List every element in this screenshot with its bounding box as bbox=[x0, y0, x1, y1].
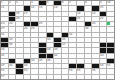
white-cell-r5c2[interactable] bbox=[16, 27, 23, 31]
clue-number: 41 bbox=[1, 54, 4, 57]
white-cell-r2c9[interactable] bbox=[69, 12, 76, 16]
white-cell-r1c1[interactable] bbox=[9, 6, 16, 10]
clue-number: 10 bbox=[107, 1, 110, 4]
white-cell-r14c0[interactable]: 57 bbox=[1, 75, 8, 79]
white-cell-r3c2[interactable]: 20 bbox=[16, 17, 23, 21]
white-cell-r12c14[interactable]: 51 bbox=[107, 64, 114, 68]
white-cell-r3c12[interactable] bbox=[92, 17, 99, 21]
clue-number: 57 bbox=[1, 75, 4, 78]
clue-number: 42 bbox=[54, 54, 57, 57]
clue-number: 34 bbox=[47, 38, 50, 41]
black-cell-r11c1 bbox=[9, 59, 16, 63]
white-cell-r7c1[interactable]: 33 bbox=[9, 38, 16, 42]
white-cell-r7c5[interactable] bbox=[39, 38, 46, 42]
white-cell-r7c8[interactable]: 35 bbox=[62, 38, 69, 42]
white-cell-r2c5[interactable] bbox=[39, 12, 46, 16]
clue-number: 32 bbox=[69, 33, 72, 36]
clue-number: 13 bbox=[39, 6, 42, 9]
white-cell-r1c6[interactable] bbox=[47, 6, 54, 10]
white-cell-r9c2[interactable] bbox=[16, 48, 23, 52]
white-cell-r3c4[interactable] bbox=[31, 17, 38, 21]
white-cell-r14c12[interactable] bbox=[92, 75, 99, 79]
white-cell-r2c4[interactable] bbox=[31, 12, 38, 16]
white-cell-r7c11[interactable] bbox=[85, 38, 92, 42]
white-cell-r12c5[interactable] bbox=[39, 64, 46, 68]
white-cell-r5c5[interactable] bbox=[39, 27, 46, 31]
white-cell-r0c9[interactable]: 7 bbox=[69, 1, 76, 5]
white-cell-r7c12[interactable] bbox=[92, 38, 99, 42]
white-cell-r5c0[interactable]: 27 bbox=[1, 27, 8, 31]
white-cell-r1c8[interactable] bbox=[62, 6, 69, 10]
clue-number: 30 bbox=[85, 27, 88, 30]
white-cell-r13c13[interactable] bbox=[100, 69, 107, 73]
clue-number: 26 bbox=[92, 22, 95, 25]
white-cell-r14c13[interactable] bbox=[100, 75, 107, 79]
white-cell-r11c11[interactable] bbox=[85, 59, 92, 63]
white-cell-r3c5[interactable] bbox=[39, 17, 46, 21]
clue-number: 1 bbox=[1, 1, 3, 4]
white-cell-r7c6[interactable]: 34 bbox=[47, 38, 54, 42]
white-cell-r10c3[interactable] bbox=[24, 54, 31, 58]
white-cell-r7c13[interactable] bbox=[100, 38, 107, 42]
white-cell-r9c11[interactable] bbox=[85, 48, 92, 52]
white-cell-r5c1[interactable] bbox=[9, 27, 16, 31]
white-cell-r13c14[interactable] bbox=[107, 69, 114, 73]
clue-number: 5 bbox=[47, 1, 49, 4]
clue-number: 38 bbox=[1, 48, 4, 51]
white-cell-r14c5[interactable] bbox=[39, 75, 46, 79]
clue-number: 46 bbox=[47, 59, 50, 62]
white-cell-r2c0[interactable] bbox=[1, 12, 8, 16]
white-cell-r9c10[interactable] bbox=[77, 48, 84, 52]
white-cell-r5c9[interactable] bbox=[69, 27, 76, 31]
white-cell-r11c7[interactable] bbox=[54, 59, 61, 63]
clue-number: 39 bbox=[47, 48, 50, 51]
black-cell-r7c7 bbox=[54, 38, 61, 42]
white-cell-r0c3[interactable] bbox=[24, 1, 31, 5]
white-cell-r8c9[interactable] bbox=[69, 43, 76, 47]
white-cell-r10c10[interactable] bbox=[77, 54, 84, 58]
white-cell-r12c13[interactable]: 50 bbox=[100, 64, 107, 68]
white-cell-r2c7[interactable] bbox=[54, 12, 61, 16]
white-cell-r4c5[interactable]: 25 bbox=[39, 22, 46, 26]
white-cell-r9c3[interactable] bbox=[24, 48, 31, 52]
white-cell-r10c4[interactable] bbox=[31, 54, 38, 58]
white-cell-r9c9[interactable] bbox=[69, 48, 76, 52]
white-cell-r13c11[interactable] bbox=[85, 69, 92, 73]
black-cell-r2c1 bbox=[9, 12, 16, 16]
white-cell-r14c11[interactable] bbox=[85, 75, 92, 79]
white-cell-r12c8[interactable] bbox=[62, 64, 69, 68]
white-cell-r3c13[interactable]: 22 bbox=[100, 17, 107, 21]
clue-number: 19 bbox=[92, 12, 95, 15]
white-cell-r0c6[interactable]: 5 bbox=[47, 1, 54, 5]
clue-number: 18 bbox=[77, 12, 80, 15]
white-cell-r12c11[interactable] bbox=[85, 64, 92, 68]
white-cell-r3c11[interactable] bbox=[85, 17, 92, 21]
white-cell-r5c3[interactable]: 28 bbox=[24, 27, 31, 31]
black-cell-r6c8 bbox=[62, 33, 69, 37]
white-cell-r11c5[interactable]: 45 bbox=[39, 59, 46, 63]
white-cell-r7c14[interactable] bbox=[107, 38, 114, 42]
white-cell-r14c2[interactable] bbox=[16, 75, 23, 79]
white-cell-r13c1[interactable] bbox=[9, 69, 16, 73]
white-cell-r13c7[interactable] bbox=[54, 69, 61, 73]
white-cell-r1c9[interactable] bbox=[69, 6, 76, 10]
white-cell-r5c10[interactable] bbox=[77, 27, 84, 31]
clue-number: 40 bbox=[54, 48, 57, 51]
white-cell-r5c4[interactable]: 29 bbox=[31, 27, 38, 31]
white-cell-r10c2[interactable] bbox=[16, 54, 23, 58]
clue-number: 27 bbox=[1, 27, 4, 30]
clue-number: 56 bbox=[92, 69, 95, 72]
black-cell-r11c14 bbox=[107, 59, 114, 63]
black-cell-r10c5 bbox=[39, 54, 46, 58]
clue-number: 49 bbox=[24, 64, 27, 67]
white-cell-r5c12[interactable] bbox=[92, 27, 99, 31]
black-cell-r9c13 bbox=[100, 48, 107, 52]
clue-number: 7 bbox=[69, 1, 71, 4]
white-cell-r6c10[interactable] bbox=[77, 33, 84, 37]
clue-number: 28 bbox=[24, 27, 27, 30]
clue-number: 20 bbox=[16, 17, 19, 20]
white-cell-r1c4[interactable]: 12 bbox=[31, 6, 38, 10]
black-cell-r2c13 bbox=[100, 12, 107, 16]
white-cell-r9c0[interactable]: 38 bbox=[1, 48, 8, 52]
white-cell-r9c7[interactable]: 40 bbox=[54, 48, 61, 52]
white-cell-r6c3[interactable] bbox=[24, 33, 31, 37]
clue-number: 29 bbox=[31, 27, 34, 30]
white-cell-r8c10[interactable] bbox=[77, 43, 84, 47]
white-cell-r8c1[interactable]: 36 bbox=[9, 43, 16, 47]
white-cell-r7c3[interactable] bbox=[24, 38, 31, 42]
clue-number: 15 bbox=[100, 6, 103, 9]
white-cell-r5c14[interactable] bbox=[107, 27, 114, 31]
white-cell-r11c2[interactable] bbox=[16, 59, 23, 63]
clue-number: 54 bbox=[69, 69, 72, 72]
clue-number: 24 bbox=[9, 22, 12, 25]
clue-number: 33 bbox=[9, 38, 12, 41]
white-cell-r2c2[interactable]: 16 bbox=[16, 12, 23, 16]
white-cell-r4c6[interactable] bbox=[47, 22, 54, 26]
clue-number: 43 bbox=[100, 54, 103, 57]
clue-number: 35 bbox=[62, 38, 65, 41]
clue-number: 37 bbox=[62, 43, 65, 46]
white-cell-r9c4[interactable] bbox=[31, 48, 38, 52]
clue-number: 22 bbox=[100, 17, 103, 20]
clue-number: 52 bbox=[1, 69, 4, 72]
white-cell-r13c10[interactable]: 55 bbox=[77, 69, 84, 73]
white-cell-r0c12[interactable] bbox=[92, 1, 99, 5]
black-cell-r8c5 bbox=[39, 43, 46, 47]
white-cell-r5c11[interactable]: 30 bbox=[85, 27, 92, 31]
white-cell-r6c12[interactable] bbox=[92, 33, 99, 37]
white-cell-r10c14[interactable] bbox=[107, 54, 114, 58]
white-cell-r1c5[interactable]: 13 bbox=[39, 6, 46, 10]
white-cell-r4c8[interactable] bbox=[62, 22, 69, 26]
white-cell-r13c8[interactable] bbox=[62, 69, 69, 73]
white-cell-r8c2[interactable] bbox=[16, 43, 23, 47]
white-cell-r6c1[interactable] bbox=[9, 33, 16, 37]
white-cell-r13c6[interactable] bbox=[47, 69, 54, 73]
black-cell-r7c0 bbox=[1, 38, 8, 42]
white-cell-r1c14[interactable] bbox=[107, 6, 114, 10]
white-cell-r7c4[interactable] bbox=[31, 38, 38, 42]
white-cell-r14c7[interactable] bbox=[54, 75, 61, 79]
clue-number: 53 bbox=[24, 69, 27, 72]
white-cell-r8c8[interactable]: 37 bbox=[62, 43, 69, 47]
white-cell-r4c1[interactable]: 24 bbox=[9, 22, 16, 26]
clue-number: 36 bbox=[9, 43, 12, 46]
white-cell-r0c10[interactable] bbox=[77, 1, 84, 5]
white-cell-r10c12[interactable] bbox=[92, 54, 99, 58]
clue-number: 51 bbox=[107, 64, 110, 67]
white-cell-r12c1[interactable]: 48 bbox=[9, 64, 16, 68]
white-cell-r5c8[interactable] bbox=[62, 27, 69, 31]
clue-number: 6 bbox=[62, 1, 64, 4]
white-cell-r4c2[interactable] bbox=[16, 22, 23, 26]
white-cell-r10c1[interactable] bbox=[9, 54, 16, 58]
white-cell-r11c6[interactable]: 46 bbox=[47, 59, 54, 63]
white-cell-r6c0[interactable]: 31 bbox=[1, 33, 8, 37]
black-cell-r8c14 bbox=[107, 43, 114, 47]
white-cell-r6c4[interactable] bbox=[31, 33, 38, 37]
white-cell-r4c14[interactable] bbox=[107, 22, 114, 26]
black-cell-r6c6 bbox=[47, 33, 54, 37]
white-cell-r8c12[interactable] bbox=[92, 43, 99, 47]
white-cell-r10c7[interactable]: 42 bbox=[54, 54, 61, 58]
crossword-grid: 1234567891011121314151617181920212223242… bbox=[0, 0, 115, 80]
white-cell-r2c14[interactable] bbox=[107, 12, 114, 16]
white-cell-r14c8[interactable] bbox=[62, 75, 69, 79]
white-cell-r6c11[interactable] bbox=[85, 33, 92, 37]
highlight-marker bbox=[107, 22, 110, 25]
white-cell-r14c9[interactable] bbox=[69, 75, 76, 79]
white-cell-r6c13[interactable] bbox=[100, 33, 107, 37]
clue-number: 50 bbox=[100, 64, 103, 67]
black-cell-r13c2 bbox=[16, 69, 23, 73]
white-cell-r11c9[interactable] bbox=[69, 59, 76, 63]
clue-number: 31 bbox=[1, 33, 4, 36]
white-cell-r2c11[interactable] bbox=[85, 12, 92, 16]
black-cell-r9c5 bbox=[39, 48, 46, 52]
white-cell-r0c8[interactable]: 6 bbox=[62, 1, 69, 5]
white-cell-r1c13[interactable]: 15 bbox=[100, 6, 107, 10]
clue-number: 48 bbox=[9, 64, 12, 67]
clue-number: 25 bbox=[39, 22, 42, 25]
clue-number: 14 bbox=[54, 6, 57, 9]
white-cell-r12c4[interactable] bbox=[31, 64, 38, 68]
white-cell-r4c10[interactable] bbox=[77, 22, 84, 26]
white-cell-r14c3[interactable] bbox=[24, 75, 31, 79]
clue-number: 9 bbox=[100, 1, 102, 4]
white-cell-r3c6[interactable] bbox=[47, 17, 54, 21]
white-cell-r3c10[interactable]: 21 bbox=[77, 17, 84, 21]
white-cell-r14c10[interactable] bbox=[77, 75, 84, 79]
white-cell-r7c10[interactable] bbox=[77, 38, 84, 42]
black-cell-r10c6 bbox=[47, 54, 54, 58]
white-cell-r2c12[interactable]: 19 bbox=[92, 12, 99, 16]
white-cell-r2c8[interactable] bbox=[62, 12, 69, 16]
white-cell-r9c6[interactable]: 39 bbox=[47, 48, 54, 52]
clue-number: 21 bbox=[77, 17, 80, 20]
white-cell-r8c3[interactable] bbox=[24, 43, 31, 47]
white-cell-r3c7[interactable] bbox=[54, 17, 61, 21]
white-cell-r13c9[interactable]: 54 bbox=[69, 69, 76, 73]
white-cell-r11c12[interactable] bbox=[92, 59, 99, 63]
white-cell-r0c11[interactable]: 8 bbox=[85, 1, 92, 5]
white-cell-r5c6[interactable] bbox=[47, 27, 54, 31]
white-cell-r1c0[interactable]: 11 bbox=[1, 6, 8, 10]
white-cell-r10c13[interactable]: 43 bbox=[100, 54, 107, 58]
white-cell-r13c5[interactable] bbox=[39, 69, 46, 73]
clue-number: 11 bbox=[1, 6, 4, 9]
white-cell-r12c7[interactable] bbox=[54, 64, 61, 68]
white-cell-r2c10[interactable]: 18 bbox=[77, 12, 84, 16]
white-cell-r14c4[interactable] bbox=[31, 75, 38, 79]
white-cell-r14c6[interactable] bbox=[47, 75, 54, 79]
black-cell-r11c3 bbox=[24, 59, 31, 63]
white-cell-r5c7[interactable] bbox=[54, 27, 61, 31]
white-cell-r6c7[interactable] bbox=[54, 33, 61, 37]
white-cell-r13c3[interactable]: 53 bbox=[24, 69, 31, 73]
white-cell-r10c8[interactable] bbox=[62, 54, 69, 58]
white-cell-r4c7[interactable] bbox=[54, 22, 61, 26]
white-cell-r12c6[interactable] bbox=[47, 64, 54, 68]
white-cell-r11c10[interactable] bbox=[77, 59, 84, 63]
white-cell-r11c13[interactable] bbox=[100, 59, 107, 63]
white-cell-r11c0[interactable] bbox=[1, 59, 8, 63]
black-cell-r12c2 bbox=[16, 64, 23, 68]
white-cell-r10c11[interactable] bbox=[85, 54, 92, 58]
white-cell-r8c11[interactable] bbox=[85, 43, 92, 47]
white-cell-r3c0[interactable] bbox=[1, 17, 8, 21]
clue-number: 12 bbox=[31, 6, 34, 9]
white-cell-r7c2[interactable] bbox=[16, 38, 23, 42]
white-cell-r10c0[interactable]: 41 bbox=[1, 54, 8, 58]
white-cell-r10c9[interactable] bbox=[69, 54, 76, 58]
black-cell-r1c3 bbox=[24, 6, 31, 10]
white-cell-r13c0[interactable]: 52 bbox=[1, 69, 8, 73]
white-cell-r9c8[interactable] bbox=[62, 48, 69, 52]
clue-number: 47 bbox=[1, 64, 4, 67]
black-cell-r1c12 bbox=[92, 6, 99, 10]
white-cell-r6c14[interactable] bbox=[107, 33, 114, 37]
white-cell-r11c8[interactable] bbox=[62, 59, 69, 63]
white-cell-r6c2[interactable] bbox=[16, 33, 23, 37]
white-cell-r0c14[interactable]: 10 bbox=[107, 1, 114, 5]
white-cell-r0c1[interactable]: 2 bbox=[9, 1, 16, 5]
white-cell-r8c4[interactable] bbox=[31, 43, 38, 47]
white-cell-r14c1[interactable] bbox=[9, 75, 16, 79]
clue-number: 55 bbox=[77, 69, 80, 72]
white-cell-r3c14[interactable] bbox=[107, 17, 114, 21]
white-cell-r2c3[interactable]: 17 bbox=[24, 12, 31, 16]
white-cell-r13c4[interactable] bbox=[31, 69, 38, 73]
white-cell-r14c14[interactable] bbox=[107, 75, 114, 79]
white-cell-r4c12[interactable]: 26 bbox=[92, 22, 99, 26]
white-cell-r13c12[interactable]: 56 bbox=[92, 69, 99, 73]
clue-number: 3 bbox=[16, 1, 18, 4]
white-cell-r1c2[interactable] bbox=[16, 6, 23, 10]
white-cell-r5c13[interactable] bbox=[100, 27, 107, 31]
clue-number: 44 bbox=[31, 59, 34, 62]
white-cell-r9c1[interactable] bbox=[9, 48, 16, 52]
black-cell-r1c10 bbox=[77, 6, 84, 10]
white-cell-r1c7[interactable]: 14 bbox=[54, 6, 61, 10]
black-cell-r3c9 bbox=[69, 17, 76, 21]
white-cell-r4c13[interactable] bbox=[100, 22, 107, 26]
clue-number: 45 bbox=[39, 59, 42, 62]
white-cell-r1c11[interactable] bbox=[85, 6, 92, 10]
white-cell-r2c6[interactable] bbox=[47, 12, 54, 16]
white-cell-r9c12[interactable] bbox=[92, 48, 99, 52]
white-cell-r3c3[interactable] bbox=[24, 17, 31, 21]
clue-number: 8 bbox=[85, 1, 87, 4]
white-cell-r7c9[interactable] bbox=[69, 38, 76, 42]
white-cell-r6c5[interactable] bbox=[39, 33, 46, 37]
white-cell-r0c2[interactable]: 3 bbox=[16, 1, 23, 5]
clue-number: 23 bbox=[1, 22, 4, 25]
clue-number: 16 bbox=[16, 12, 19, 15]
black-cell-r8c13 bbox=[100, 43, 107, 47]
clue-number: 17 bbox=[24, 12, 27, 15]
clue-number: 4 bbox=[31, 1, 33, 4]
white-cell-r3c8[interactable] bbox=[62, 17, 69, 21]
black-cell-r3c1 bbox=[9, 17, 16, 21]
black-cell-r9c14 bbox=[107, 48, 114, 52]
white-cell-r6c9[interactable]: 32 bbox=[69, 33, 76, 37]
clue-number: 2 bbox=[9, 1, 11, 4]
white-cell-r11c4[interactable]: 44 bbox=[31, 59, 38, 63]
white-cell-r4c9[interactable] bbox=[69, 22, 76, 26]
